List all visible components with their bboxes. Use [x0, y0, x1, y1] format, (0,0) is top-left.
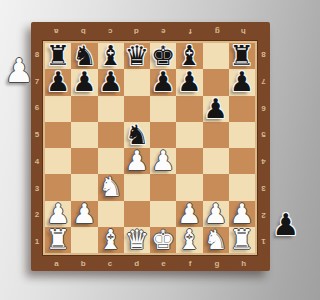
piece-black-pawn-e7[interactable]: ♟: [150, 69, 176, 95]
rank-label-left-3: 3: [31, 175, 43, 202]
rank-label-left-4: 4: [31, 148, 43, 175]
rank-label-right-5: 5: [257, 121, 270, 148]
captured-black-pawn[interactable]: ♟: [268, 205, 300, 245]
square-f8[interactable]: ♝: [176, 43, 202, 69]
square-e5[interactable]: [150, 122, 176, 148]
piece-black-bishop-c8[interactable]: ♝: [98, 43, 124, 69]
file-label-top-a: a: [43, 22, 70, 41]
square-d8[interactable]: ♛: [124, 43, 150, 69]
square-e8[interactable]: ♚: [150, 43, 176, 69]
square-b1[interactable]: [71, 227, 97, 253]
square-a7[interactable]: ♟: [45, 69, 71, 95]
square-h3[interactable]: [229, 174, 255, 200]
piece-white-rook-a1[interactable]: ♜: [45, 227, 71, 253]
file-label-bottom-a: a: [43, 255, 70, 271]
piece-white-knight-g1[interactable]: ♞: [203, 227, 229, 253]
square-b3[interactable]: [71, 174, 97, 200]
rank-label-right-3: 3: [257, 175, 270, 202]
square-b2[interactable]: ♟: [71, 201, 97, 227]
piece-black-knight-b8[interactable]: ♞: [71, 43, 97, 69]
piece-black-knight-d5[interactable]: ♞: [124, 122, 150, 148]
piece-black-pawn-f7[interactable]: ♟: [176, 69, 202, 95]
piece-white-queen-d1[interactable]: ♛: [124, 227, 150, 253]
square-a2[interactable]: ♟: [45, 201, 71, 227]
square-c3[interactable]: ♞: [98, 174, 124, 200]
file-label-top-e: e: [150, 22, 177, 41]
file-label-bottom-f: f: [177, 255, 204, 271]
square-b7[interactable]: ♟: [71, 69, 97, 95]
square-h7[interactable]: ♟: [229, 69, 255, 95]
square-e7[interactable]: ♟: [150, 69, 176, 95]
piece-white-pawn-d4[interactable]: ♟: [124, 148, 150, 174]
square-d1[interactable]: ♛: [124, 227, 150, 253]
square-c8[interactable]: ♝: [98, 43, 124, 69]
captured-white-pawn[interactable]: ♟: [1, 50, 37, 92]
square-h6[interactable]: [229, 96, 255, 122]
piece-black-bishop-f8[interactable]: ♝: [176, 43, 202, 69]
square-a8[interactable]: ♜: [45, 43, 71, 69]
square-e3[interactable]: [150, 174, 176, 200]
square-d7[interactable]: [124, 69, 150, 95]
piece-black-rook-h8[interactable]: ♜: [229, 43, 255, 69]
piece-black-king-e8[interactable]: ♚: [150, 43, 176, 69]
square-d3[interactable]: [124, 174, 150, 200]
piece-white-bishop-f1[interactable]: ♝: [176, 227, 202, 253]
board-squares: ♜♞♝♛♚♝♜♟♟♟♟♟♟♟♞♟♟♞♟♟♟♟♟♜♝♛♚♝♞♜: [43, 41, 257, 255]
piece-white-pawn-f2[interactable]: ♟: [176, 201, 202, 227]
file-label-top-c: c: [97, 22, 124, 41]
square-f1[interactable]: ♝: [176, 227, 202, 253]
piece-white-pawn-a2[interactable]: ♟: [45, 201, 71, 227]
square-h1[interactable]: ♜: [229, 227, 255, 253]
piece-white-king-e1[interactable]: ♚: [150, 227, 176, 253]
piece-black-rook-a8[interactable]: ♜: [45, 43, 71, 69]
square-a1[interactable]: ♜: [45, 227, 71, 253]
square-f5[interactable]: [176, 122, 202, 148]
square-e4[interactable]: ♟: [150, 148, 176, 174]
file-labels-top: abcdefgh: [43, 22, 257, 41]
square-g5[interactable]: [203, 122, 229, 148]
file-label-top-d: d: [123, 22, 150, 41]
square-f6[interactable]: [176, 96, 202, 122]
square-c6[interactable]: [98, 96, 124, 122]
file-label-top-h: h: [230, 22, 257, 41]
square-g8[interactable]: [203, 43, 229, 69]
square-b5[interactable]: [71, 122, 97, 148]
rank-label-left-5: 5: [31, 121, 43, 148]
file-label-top-f: f: [177, 22, 204, 41]
rank-label-right-7: 7: [257, 68, 270, 95]
square-f3[interactable]: [176, 174, 202, 200]
file-label-bottom-h: h: [230, 255, 257, 271]
piece-black-pawn-b7[interactable]: ♟: [71, 69, 97, 95]
chess-board: abcdefgh abcdefgh 87654321 87654321 ♜♞♝♛…: [31, 22, 270, 271]
square-a5[interactable]: [45, 122, 71, 148]
square-c5[interactable]: [98, 122, 124, 148]
piece-black-pawn-c7[interactable]: ♟: [98, 69, 124, 95]
file-label-bottom-d: d: [123, 255, 150, 271]
square-h5[interactable]: [229, 122, 255, 148]
square-g2[interactable]: ♟: [203, 201, 229, 227]
square-c1[interactable]: ♝: [98, 227, 124, 253]
square-b8[interactable]: ♞: [71, 43, 97, 69]
rank-label-left-1: 1: [31, 228, 43, 255]
square-g1[interactable]: ♞: [203, 227, 229, 253]
rank-label-right-6: 6: [257, 95, 270, 122]
file-label-top-b: b: [70, 22, 97, 41]
square-a6[interactable]: [45, 96, 71, 122]
square-g6[interactable]: ♟: [203, 96, 229, 122]
file-label-bottom-g: g: [204, 255, 231, 271]
piece-black-pawn-a7[interactable]: ♟: [45, 69, 71, 95]
piece-white-rook-h1[interactable]: ♜: [229, 227, 255, 253]
square-b4[interactable]: [71, 148, 97, 174]
file-label-bottom-b: b: [70, 255, 97, 271]
square-d6[interactable]: [124, 96, 150, 122]
rank-label-right-8: 8: [257, 41, 270, 68]
square-d2[interactable]: [124, 201, 150, 227]
square-e1[interactable]: ♚: [150, 227, 176, 253]
piece-white-bishop-c1[interactable]: ♝: [98, 227, 124, 253]
square-g7[interactable]: [203, 69, 229, 95]
rank-label-right-4: 4: [257, 148, 270, 175]
file-label-bottom-e: e: [150, 255, 177, 271]
square-c7[interactable]: ♟: [98, 69, 124, 95]
square-d4[interactable]: ♟: [124, 148, 150, 174]
piece-white-knight-c3[interactable]: ♞: [98, 174, 124, 200]
piece-black-pawn-h7[interactable]: ♟: [229, 69, 255, 95]
file-labels-bottom: abcdefgh: [43, 255, 257, 271]
square-h8[interactable]: ♜: [229, 43, 255, 69]
square-c4[interactable]: [98, 148, 124, 174]
square-e2[interactable]: [150, 201, 176, 227]
square-d5[interactable]: ♞: [124, 122, 150, 148]
square-h4[interactable]: [229, 148, 255, 174]
square-h2[interactable]: ♟: [229, 201, 255, 227]
square-g4[interactable]: [203, 148, 229, 174]
square-f4[interactable]: [176, 148, 202, 174]
square-a4[interactable]: [45, 148, 71, 174]
square-c2[interactable]: [98, 201, 124, 227]
square-g3[interactable]: [203, 174, 229, 200]
square-b6[interactable]: [71, 96, 97, 122]
rank-label-left-2: 2: [31, 202, 43, 229]
piece-white-pawn-h2[interactable]: ♟: [229, 201, 255, 227]
file-label-top-g: g: [204, 22, 231, 41]
piece-black-pawn-g6[interactable]: ♟: [203, 96, 229, 122]
square-f7[interactable]: ♟: [176, 69, 202, 95]
square-f2[interactable]: ♟: [176, 201, 202, 227]
square-a3[interactable]: [45, 174, 71, 200]
square-e6[interactable]: [150, 96, 176, 122]
piece-white-pawn-g2[interactable]: ♟: [203, 201, 229, 227]
piece-white-pawn-e4[interactable]: ♟: [150, 148, 176, 174]
piece-white-pawn-b2[interactable]: ♟: [71, 201, 97, 227]
rank-label-left-6: 6: [31, 95, 43, 122]
file-label-bottom-c: c: [97, 255, 124, 271]
piece-black-queen-d8[interactable]: ♛: [124, 43, 150, 69]
